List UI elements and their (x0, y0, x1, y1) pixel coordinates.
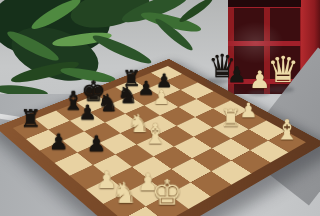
white-bishop-piece[interactable]: ♝ (143, 120, 168, 148)
black-pawn-piece[interactable]: ♟ (87, 133, 107, 155)
leaf-icon (91, 31, 154, 67)
black-pawn-piece[interactable]: ♟ (49, 132, 69, 154)
captured-piece-shadow (266, 86, 294, 93)
square-h8[interactable]: ♜ (13, 119, 49, 139)
photo-scene: ♜♝♚♜♟♞♞♟♟♟♟♟♞♝♟♜♟♞♟♚♝ ♛ ♟ ♟ ♛ (0, 0, 320, 216)
white-king-piece[interactable]: ♚ (151, 176, 182, 211)
black-rook-piece[interactable]: ♜ (20, 107, 41, 131)
captured-piece-shadow (206, 78, 230, 84)
leaf-icon (177, 0, 214, 25)
white-knight-piece[interactable]: ♞ (112, 179, 138, 208)
captured-black-pawn[interactable]: ♟ (227, 64, 247, 86)
captured-white-queen[interactable]: ♛ (267, 52, 299, 88)
white-bishop-piece[interactable]: ♝ (275, 116, 300, 143)
black-pawn-piece[interactable]: ♟ (78, 103, 96, 123)
white-pawn-piece[interactable]: ♟ (239, 101, 257, 121)
white-pawn-piece[interactable]: ♟ (153, 88, 171, 108)
white-rook-piece[interactable]: ♜ (220, 107, 241, 131)
black-knight-piece[interactable]: ♞ (117, 83, 138, 106)
black-knight-piece[interactable]: ♞ (97, 91, 118, 115)
